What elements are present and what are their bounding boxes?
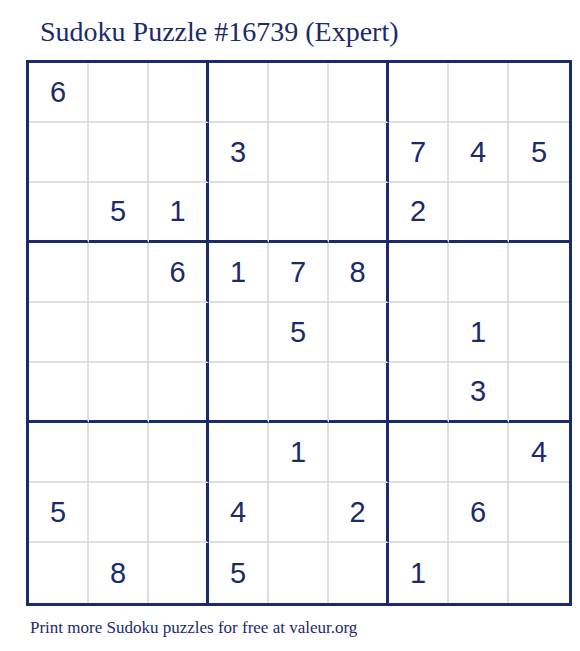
cell-r8c4[interactable]: 4 bbox=[209, 483, 269, 543]
cell-r7c2[interactable] bbox=[89, 423, 149, 483]
cell-r8c5[interactable] bbox=[269, 483, 329, 543]
cell-r7c6[interactable] bbox=[329, 423, 389, 483]
cell-r3c7[interactable]: 2 bbox=[389, 183, 449, 243]
cell-r1c8[interactable] bbox=[449, 63, 509, 123]
cell-r8c3[interactable] bbox=[149, 483, 209, 543]
cell-r9c8[interactable] bbox=[449, 543, 509, 603]
cell-r9c3[interactable] bbox=[149, 543, 209, 603]
cell-r7c5[interactable]: 1 bbox=[269, 423, 329, 483]
cell-r6c8[interactable]: 3 bbox=[449, 363, 509, 423]
cell-r7c8[interactable] bbox=[449, 423, 509, 483]
cell-r3c2[interactable]: 5 bbox=[89, 183, 149, 243]
cell-r1c4[interactable] bbox=[209, 63, 269, 123]
cell-r6c5[interactable] bbox=[269, 363, 329, 423]
cell-r4c1[interactable] bbox=[29, 243, 89, 303]
cell-r2c4[interactable]: 3 bbox=[209, 123, 269, 183]
cell-r4c9[interactable] bbox=[509, 243, 569, 303]
cell-r6c4[interactable] bbox=[209, 363, 269, 423]
cell-r7c7[interactable] bbox=[389, 423, 449, 483]
cell-r6c1[interactable] bbox=[29, 363, 89, 423]
cell-r9c7[interactable]: 1 bbox=[389, 543, 449, 603]
footer-text: Print more Sudoku puzzles for free at va… bbox=[30, 618, 357, 638]
cell-r2c6[interactable] bbox=[329, 123, 389, 183]
cell-r5c7[interactable] bbox=[389, 303, 449, 363]
cell-r1c3[interactable] bbox=[149, 63, 209, 123]
cell-r2c2[interactable] bbox=[89, 123, 149, 183]
cell-r1c6[interactable] bbox=[329, 63, 389, 123]
cell-r7c9[interactable]: 4 bbox=[509, 423, 569, 483]
cell-r8c9[interactable] bbox=[509, 483, 569, 543]
cell-r4c6[interactable]: 8 bbox=[329, 243, 389, 303]
cell-r9c1[interactable] bbox=[29, 543, 89, 603]
cell-r4c3[interactable]: 6 bbox=[149, 243, 209, 303]
cell-r2c5[interactable] bbox=[269, 123, 329, 183]
cell-r3c4[interactable] bbox=[209, 183, 269, 243]
cell-r9c6[interactable] bbox=[329, 543, 389, 603]
cell-r5c2[interactable] bbox=[89, 303, 149, 363]
sudoku-page: Sudoku Puzzle #16739 (Expert) 6374551261… bbox=[0, 0, 580, 651]
sudoku-grid: 637455126178513145426851 bbox=[26, 60, 572, 606]
cell-r3c8[interactable] bbox=[449, 183, 509, 243]
cell-r6c2[interactable] bbox=[89, 363, 149, 423]
cell-r5c4[interactable] bbox=[209, 303, 269, 363]
cell-r1c5[interactable] bbox=[269, 63, 329, 123]
cell-r8c2[interactable] bbox=[89, 483, 149, 543]
cell-r2c9[interactable]: 5 bbox=[509, 123, 569, 183]
cell-r4c5[interactable]: 7 bbox=[269, 243, 329, 303]
cell-r4c2[interactable] bbox=[89, 243, 149, 303]
cell-r5c3[interactable] bbox=[149, 303, 209, 363]
cell-r3c1[interactable] bbox=[29, 183, 89, 243]
cell-r8c6[interactable]: 2 bbox=[329, 483, 389, 543]
cell-r5c1[interactable] bbox=[29, 303, 89, 363]
cell-r5c9[interactable] bbox=[509, 303, 569, 363]
cell-r2c1[interactable] bbox=[29, 123, 89, 183]
cell-r6c6[interactable] bbox=[329, 363, 389, 423]
cell-r4c8[interactable] bbox=[449, 243, 509, 303]
cell-r4c4[interactable]: 1 bbox=[209, 243, 269, 303]
cell-r3c6[interactable] bbox=[329, 183, 389, 243]
cell-r5c8[interactable]: 1 bbox=[449, 303, 509, 363]
cell-r9c5[interactable] bbox=[269, 543, 329, 603]
cell-r9c9[interactable] bbox=[509, 543, 569, 603]
cell-r6c3[interactable] bbox=[149, 363, 209, 423]
cell-r2c3[interactable] bbox=[149, 123, 209, 183]
cell-r3c5[interactable] bbox=[269, 183, 329, 243]
cell-r3c9[interactable] bbox=[509, 183, 569, 243]
cell-r3c3[interactable]: 1 bbox=[149, 183, 209, 243]
cell-r2c7[interactable]: 7 bbox=[389, 123, 449, 183]
cell-r1c7[interactable] bbox=[389, 63, 449, 123]
page-title: Sudoku Puzzle #16739 (Expert) bbox=[40, 16, 399, 48]
cell-r7c4[interactable] bbox=[209, 423, 269, 483]
cell-r1c1[interactable]: 6 bbox=[29, 63, 89, 123]
cell-r1c9[interactable] bbox=[509, 63, 569, 123]
cell-r5c6[interactable] bbox=[329, 303, 389, 363]
cell-r6c7[interactable] bbox=[389, 363, 449, 423]
cell-r7c1[interactable] bbox=[29, 423, 89, 483]
cell-r9c4[interactable]: 5 bbox=[209, 543, 269, 603]
cell-r5c5[interactable]: 5 bbox=[269, 303, 329, 363]
cell-r6c9[interactable] bbox=[509, 363, 569, 423]
cell-r8c1[interactable]: 5 bbox=[29, 483, 89, 543]
cell-r2c8[interactable]: 4 bbox=[449, 123, 509, 183]
cell-r8c7[interactable] bbox=[389, 483, 449, 543]
cell-r7c3[interactable] bbox=[149, 423, 209, 483]
cell-r8c8[interactable]: 6 bbox=[449, 483, 509, 543]
cell-r1c2[interactable] bbox=[89, 63, 149, 123]
cell-r4c7[interactable] bbox=[389, 243, 449, 303]
cell-r9c2[interactable]: 8 bbox=[89, 543, 149, 603]
